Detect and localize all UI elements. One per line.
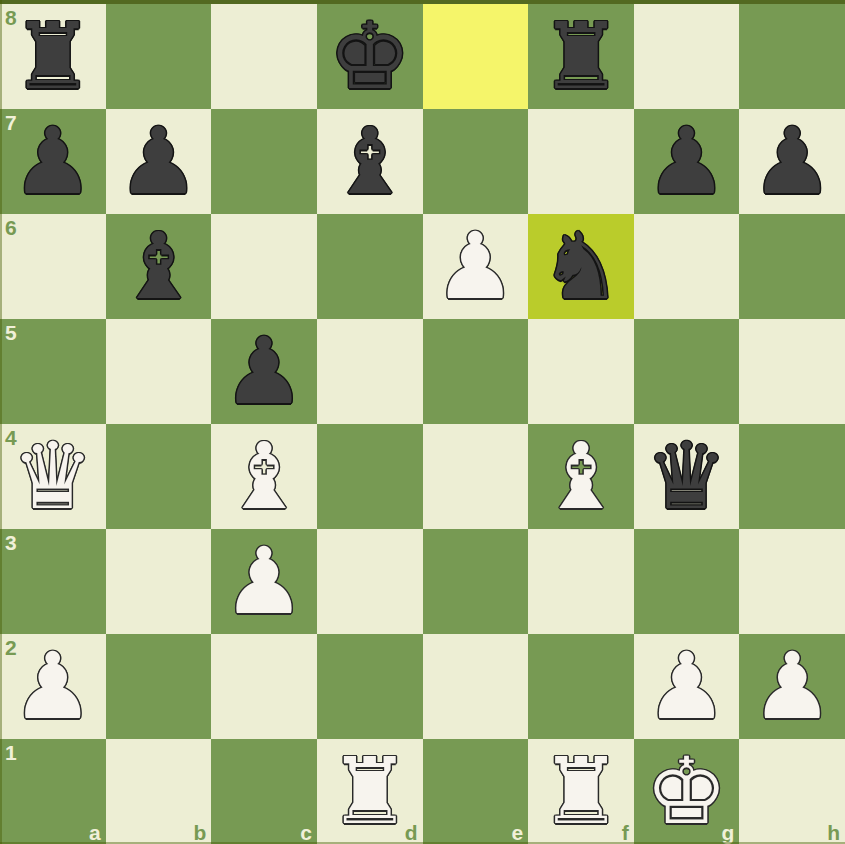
- square-g3[interactable]: [634, 529, 740, 634]
- square-f5[interactable]: [528, 319, 634, 424]
- square-h1[interactable]: h: [739, 739, 845, 844]
- square-d4[interactable]: [317, 424, 423, 529]
- square-h3[interactable]: [739, 529, 845, 634]
- square-d7[interactable]: ♝: [317, 109, 423, 214]
- square-g5[interactable]: [634, 319, 740, 424]
- piece-white-pawn[interactable]: ♟: [223, 536, 305, 628]
- square-c1[interactable]: c: [211, 739, 317, 844]
- square-g4[interactable]: ♛: [634, 424, 740, 529]
- square-a1[interactable]: 1a: [0, 739, 106, 844]
- square-h7[interactable]: ♟: [739, 109, 845, 214]
- piece-white-bishop[interactable]: ♝: [223, 431, 305, 523]
- piece-white-pawn[interactable]: ♟: [645, 641, 727, 733]
- square-f7[interactable]: [528, 109, 634, 214]
- square-b2[interactable]: [106, 634, 212, 739]
- piece-black-bishop[interactable]: ♝: [328, 116, 410, 208]
- piece-black-queen[interactable]: ♛: [645, 431, 727, 523]
- piece-black-pawn[interactable]: ♟: [12, 116, 94, 208]
- square-d5[interactable]: [317, 319, 423, 424]
- square-a3[interactable]: 3: [0, 529, 106, 634]
- square-a7[interactable]: 7♟: [0, 109, 106, 214]
- square-b5[interactable]: [106, 319, 212, 424]
- piece-black-rook[interactable]: ♜: [12, 11, 94, 103]
- square-f8[interactable]: ♜: [528, 4, 634, 109]
- piece-black-bishop[interactable]: ♝: [117, 221, 199, 313]
- square-c7[interactable]: [211, 109, 317, 214]
- piece-white-bishop[interactable]: ♝: [540, 431, 622, 523]
- square-b8[interactable]: [106, 4, 212, 109]
- square-e5[interactable]: [423, 319, 529, 424]
- square-c3[interactable]: ♟: [211, 529, 317, 634]
- square-a4[interactable]: 4♛: [0, 424, 106, 529]
- piece-black-king[interactable]: ♚: [328, 11, 410, 103]
- square-b1[interactable]: b: [106, 739, 212, 844]
- square-d3[interactable]: [317, 529, 423, 634]
- square-a6[interactable]: 6: [0, 214, 106, 319]
- piece-white-king[interactable]: ♚: [645, 746, 727, 838]
- square-a5[interactable]: 5: [0, 319, 106, 424]
- piece-black-rook[interactable]: ♜: [540, 11, 622, 103]
- file-label-b: b: [193, 822, 206, 843]
- square-f6[interactable]: ♞: [528, 214, 634, 319]
- square-g1[interactable]: g♚: [634, 739, 740, 844]
- square-f3[interactable]: [528, 529, 634, 634]
- piece-white-rook[interactable]: ♜: [328, 746, 410, 838]
- chessboard-screenshot: 8♜♚♜7♟♟♝♟♟6♝♟♞5♟4♛♝♝♛3♟2♟♟♟1abcd♜ef♜g♚h: [0, 0, 845, 844]
- file-label-h: h: [827, 822, 840, 843]
- square-b3[interactable]: [106, 529, 212, 634]
- square-a8[interactable]: 8♜: [0, 4, 106, 109]
- square-b7[interactable]: ♟: [106, 109, 212, 214]
- piece-white-pawn[interactable]: ♟: [12, 641, 94, 733]
- square-d6[interactable]: [317, 214, 423, 319]
- rank-label-3: 3: [5, 532, 17, 553]
- file-label-c: c: [300, 822, 312, 843]
- piece-white-rook[interactable]: ♜: [540, 746, 622, 838]
- square-e3[interactable]: [423, 529, 529, 634]
- square-h2[interactable]: ♟: [739, 634, 845, 739]
- square-d1[interactable]: d♜: [317, 739, 423, 844]
- square-e7[interactable]: [423, 109, 529, 214]
- rank-label-5: 5: [5, 322, 17, 343]
- square-e4[interactable]: [423, 424, 529, 529]
- file-label-f: f: [622, 822, 629, 843]
- piece-white-queen[interactable]: ♛: [12, 431, 94, 523]
- square-c4[interactable]: ♝: [211, 424, 317, 529]
- square-e1[interactable]: e: [423, 739, 529, 844]
- square-e6[interactable]: ♟: [423, 214, 529, 319]
- square-f4[interactable]: ♝: [528, 424, 634, 529]
- piece-black-pawn[interactable]: ♟: [645, 116, 727, 208]
- square-c2[interactable]: [211, 634, 317, 739]
- rank-label-6: 6: [5, 217, 17, 238]
- square-d2[interactable]: [317, 634, 423, 739]
- file-label-e: e: [511, 822, 523, 843]
- square-f1[interactable]: f♜: [528, 739, 634, 844]
- square-c5[interactable]: ♟: [211, 319, 317, 424]
- square-h8[interactable]: [739, 4, 845, 109]
- piece-black-knight[interactable]: ♞: [540, 221, 622, 313]
- square-h5[interactable]: [739, 319, 845, 424]
- rank-label-1: 1: [5, 742, 17, 763]
- square-g8[interactable]: [634, 4, 740, 109]
- square-g2[interactable]: ♟: [634, 634, 740, 739]
- square-a2[interactable]: 2♟: [0, 634, 106, 739]
- square-e2[interactable]: [423, 634, 529, 739]
- piece-white-pawn[interactable]: ♟: [751, 641, 833, 733]
- piece-white-pawn[interactable]: ♟: [434, 221, 516, 313]
- file-label-a: a: [89, 822, 101, 843]
- square-e8[interactable]: [423, 4, 529, 109]
- square-g7[interactable]: ♟: [634, 109, 740, 214]
- square-g6[interactable]: [634, 214, 740, 319]
- square-b6[interactable]: ♝: [106, 214, 212, 319]
- square-c6[interactable]: [211, 214, 317, 319]
- square-c8[interactable]: [211, 4, 317, 109]
- square-b4[interactable]: [106, 424, 212, 529]
- piece-black-pawn[interactable]: ♟: [223, 326, 305, 418]
- square-f2[interactable]: [528, 634, 634, 739]
- piece-black-pawn[interactable]: ♟: [117, 116, 199, 208]
- piece-black-pawn[interactable]: ♟: [751, 116, 833, 208]
- chess-board[interactable]: 8♜♚♜7♟♟♝♟♟6♝♟♞5♟4♛♝♝♛3♟2♟♟♟1abcd♜ef♜g♚h: [0, 4, 845, 844]
- square-d8[interactable]: ♚: [317, 4, 423, 109]
- square-h6[interactable]: [739, 214, 845, 319]
- square-h4[interactable]: [739, 424, 845, 529]
